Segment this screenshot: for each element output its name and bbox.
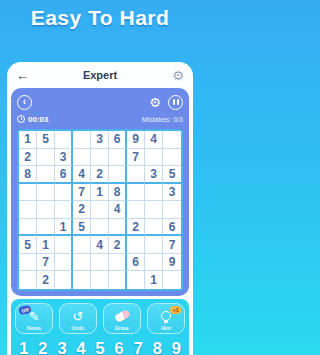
eraser-icon bbox=[114, 309, 131, 323]
sudoku-cell[interactable]: 7 bbox=[73, 184, 91, 202]
sudoku-cell[interactable]: 2 bbox=[19, 149, 37, 167]
sudoku-cell[interactable] bbox=[127, 166, 145, 184]
difficulty-title: Expert bbox=[7, 69, 193, 81]
erase-label: Erase bbox=[104, 325, 140, 331]
sudoku-cell[interactable] bbox=[127, 271, 145, 289]
sudoku-cell[interactable] bbox=[19, 271, 37, 289]
numpad-digit[interactable]: 6 bbox=[114, 339, 123, 355]
sudoku-cell[interactable] bbox=[127, 201, 145, 219]
sudoku-cell[interactable] bbox=[19, 254, 37, 272]
sudoku-cell[interactable] bbox=[37, 201, 55, 219]
settings-gear-icon[interactable]: ⚙ bbox=[172, 69, 184, 82]
sudoku-cell[interactable] bbox=[127, 236, 145, 254]
sudoku-cell[interactable] bbox=[37, 149, 55, 167]
toolbar: Off ✎ Notes ↺ Undo Erase +1 Hint bbox=[15, 303, 185, 334]
sudoku-cell[interactable] bbox=[91, 201, 109, 219]
nav-bar: ← Expert ⚙ bbox=[7, 62, 193, 88]
lightbulb-icon bbox=[161, 311, 171, 321]
hint-button[interactable]: +1 Hint bbox=[147, 303, 185, 334]
sudoku-cell[interactable]: 4 bbox=[109, 201, 127, 219]
sudoku-cell[interactable]: 1 bbox=[19, 131, 37, 149]
clock-icon bbox=[17, 115, 25, 123]
sudoku-cell[interactable] bbox=[127, 184, 145, 202]
numpad-digit[interactable]: 9 bbox=[172, 339, 181, 355]
numpad-digit[interactable]: 8 bbox=[152, 339, 161, 355]
sudoku-cell[interactable]: 5 bbox=[37, 131, 55, 149]
sudoku-cell[interactable]: 6 bbox=[55, 166, 73, 184]
sudoku-cell[interactable]: 9 bbox=[163, 254, 181, 272]
sudoku-cell[interactable] bbox=[55, 271, 73, 289]
sudoku-cell[interactable] bbox=[73, 236, 91, 254]
sudoku-cell[interactable]: 4 bbox=[145, 131, 163, 149]
panel-settings-gear-icon[interactable]: ⚙ bbox=[149, 96, 161, 109]
numpad-digit[interactable]: 2 bbox=[38, 339, 47, 355]
sudoku-cell[interactable]: 1 bbox=[37, 236, 55, 254]
panel-back-button[interactable]: ‹ bbox=[17, 95, 32, 110]
sudoku-cell[interactable] bbox=[145, 236, 163, 254]
banner: Easy To Hard bbox=[0, 0, 200, 62]
sudoku-cell[interactable]: 1 bbox=[145, 271, 163, 289]
hint-label: Hint bbox=[148, 325, 184, 331]
sudoku-cell[interactable] bbox=[109, 271, 127, 289]
sudoku-cell[interactable]: 7 bbox=[163, 236, 181, 254]
sudoku-cell[interactable]: 1 bbox=[55, 219, 73, 237]
sudoku-grid: 15369423786423571832415265142776921 bbox=[17, 129, 183, 291]
sudoku-cell[interactable] bbox=[145, 184, 163, 202]
sudoku-cell[interactable] bbox=[145, 201, 163, 219]
sudoku-cell[interactable]: 3 bbox=[145, 166, 163, 184]
sudoku-cell[interactable]: 2 bbox=[37, 271, 55, 289]
notes-button[interactable]: Off ✎ Notes bbox=[15, 303, 53, 334]
app-title: Easy To Hard bbox=[31, 6, 170, 30]
numpad-digit[interactable]: 3 bbox=[57, 339, 66, 355]
sudoku-cell[interactable] bbox=[19, 219, 37, 237]
panel-topbar: ‹ ⚙ bbox=[17, 93, 183, 111]
sudoku-cell[interactable] bbox=[55, 254, 73, 272]
sudoku-cell[interactable]: 5 bbox=[163, 166, 181, 184]
sudoku-cell[interactable]: 2 bbox=[127, 219, 145, 237]
sudoku-cell[interactable] bbox=[37, 184, 55, 202]
sudoku-cell[interactable] bbox=[19, 201, 37, 219]
sudoku-cell[interactable] bbox=[109, 166, 127, 184]
sudoku-cell[interactable] bbox=[145, 219, 163, 237]
bottom-section: Off ✎ Notes ↺ Undo Erase +1 Hint 1234567… bbox=[11, 299, 189, 355]
sudoku-cell[interactable]: 3 bbox=[163, 184, 181, 202]
sudoku-cell[interactable]: 2 bbox=[109, 236, 127, 254]
sudoku-cell[interactable]: 3 bbox=[91, 131, 109, 149]
sudoku-cell[interactable] bbox=[91, 271, 109, 289]
sudoku-cell[interactable] bbox=[55, 131, 73, 149]
sudoku-cell[interactable] bbox=[109, 149, 127, 167]
numpad-digit[interactable]: 7 bbox=[133, 339, 142, 355]
sudoku-cell[interactable]: 5 bbox=[73, 219, 91, 237]
sudoku-cell[interactable] bbox=[163, 149, 181, 167]
sudoku-cell[interactable]: 7 bbox=[37, 254, 55, 272]
notes-label: Notes bbox=[16, 325, 52, 331]
number-pad: 123456789 bbox=[11, 334, 189, 355]
sudoku-cell[interactable]: 3 bbox=[55, 149, 73, 167]
mistakes-label: Mistakes: bbox=[142, 116, 172, 123]
sudoku-cell[interactable]: 2 bbox=[91, 166, 109, 184]
sudoku-cell[interactable]: 7 bbox=[127, 149, 145, 167]
sudoku-cell[interactable]: 8 bbox=[109, 184, 127, 202]
sudoku-cell[interactable]: 2 bbox=[73, 201, 91, 219]
sudoku-cell[interactable]: 9 bbox=[127, 131, 145, 149]
sudoku-cell[interactable]: 1 bbox=[91, 184, 109, 202]
sudoku-cell[interactable] bbox=[73, 271, 91, 289]
sudoku-cell[interactable] bbox=[55, 201, 73, 219]
sudoku-cell[interactable] bbox=[55, 184, 73, 202]
sudoku-cell[interactable] bbox=[37, 219, 55, 237]
sudoku-cell[interactable]: 8 bbox=[19, 166, 37, 184]
numpad-digit[interactable]: 1 bbox=[19, 339, 28, 355]
sudoku-cell[interactable] bbox=[163, 271, 181, 289]
app-card: ← Expert ⚙ ‹ ⚙ 00:03 Mistakes: 0/3 15369… bbox=[7, 62, 193, 355]
undo-label: Undo bbox=[60, 325, 96, 331]
sudoku-cell[interactable]: 5 bbox=[19, 236, 37, 254]
sudoku-cell[interactable] bbox=[145, 149, 163, 167]
mistakes-counter: Mistakes: 0/3 bbox=[142, 116, 183, 123]
sudoku-cell[interactable] bbox=[73, 131, 91, 149]
sudoku-cell[interactable] bbox=[73, 149, 91, 167]
game-panel: ‹ ⚙ 00:03 Mistakes: 0/3 1536942378642357… bbox=[11, 88, 189, 296]
undo-icon: ↺ bbox=[73, 310, 84, 323]
sudoku-cell[interactable] bbox=[163, 201, 181, 219]
sudoku-cell[interactable] bbox=[109, 219, 127, 237]
sudoku-cell[interactable] bbox=[55, 236, 73, 254]
erase-button[interactable]: Erase bbox=[103, 303, 141, 334]
sudoku-cell[interactable]: 6 bbox=[163, 219, 181, 237]
sudoku-cell[interactable] bbox=[91, 219, 109, 237]
sudoku-cell[interactable]: 6 bbox=[109, 131, 127, 149]
sudoku-cell[interactable] bbox=[145, 254, 163, 272]
timer-value: 00:03 bbox=[28, 115, 48, 124]
hint-count-badge: +1 bbox=[170, 306, 181, 314]
sudoku-cell[interactable] bbox=[163, 131, 181, 149]
sudoku-cell[interactable] bbox=[91, 254, 109, 272]
sudoku-cell[interactable]: 4 bbox=[73, 166, 91, 184]
sudoku-cell[interactable]: 4 bbox=[91, 236, 109, 254]
sudoku-cell[interactable] bbox=[19, 184, 37, 202]
sudoku-cell[interactable] bbox=[37, 166, 55, 184]
sudoku-cell[interactable] bbox=[73, 254, 91, 272]
pause-button[interactable] bbox=[168, 95, 183, 110]
status-row: 00:03 Mistakes: 0/3 bbox=[17, 112, 183, 126]
mistakes-value: 0/3 bbox=[173, 116, 183, 123]
numpad-digit[interactable]: 4 bbox=[76, 339, 85, 355]
numpad-digit[interactable]: 5 bbox=[95, 339, 104, 355]
pause-icon bbox=[173, 99, 179, 105]
sudoku-cell[interactable]: 6 bbox=[127, 254, 145, 272]
sudoku-cell[interactable] bbox=[109, 254, 127, 272]
back-chevron-icon: ‹ bbox=[23, 97, 26, 107]
sudoku-cell[interactable] bbox=[91, 149, 109, 167]
undo-button[interactable]: ↺ Undo bbox=[59, 303, 97, 334]
